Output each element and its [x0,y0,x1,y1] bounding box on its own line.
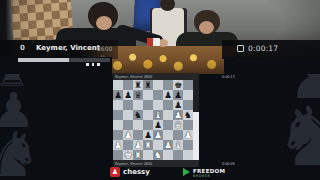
square-a7: ♟ [113,90,123,100]
black-r-piece: ♜ [144,80,152,90]
square-e8 [153,80,163,90]
white-p-piece: ♟ [184,130,192,140]
square-e1: ♞ [153,150,163,160]
black-p-piece: ♟ [154,120,162,130]
square-c4 [133,120,143,130]
white-p-piece: ♟ [134,140,142,150]
square-d1 [143,150,153,160]
square-d3: ♟ [143,130,153,140]
player-rating: 2600 [97,45,112,52]
player-score: 0 [20,44,25,52]
square-e5: ♝ [153,110,163,120]
square-a5 [113,110,123,120]
top-player-label: Keymer, Vincent 2600 [115,75,152,79]
square-g4: ♛ [173,120,183,130]
square-a6 [113,100,123,110]
white-r-piece: ♜ [144,140,152,150]
eval-bar-white [193,112,199,160]
black-p-piece: ♟ [174,100,182,110]
overlay-progress-bar [18,58,110,62]
square-c1: ♜ [133,150,143,160]
square-b8 [123,80,133,90]
square-f1 [163,150,173,160]
white-p-piece: ♟ [114,140,122,150]
white-p-piece: ♟ [154,130,162,140]
square-f7: ♟ [163,90,173,100]
square-c2: ♟ [133,140,143,150]
square-f4 [163,120,173,130]
square-c7: ♛ [133,90,143,100]
thinking-dots [86,63,100,66]
bottom-player-clock: 0:00:05 [222,162,235,166]
square-g8: ♚ [173,80,183,90]
square-a1 [113,150,123,160]
knight-silhouette-left: ♞ [0,124,42,180]
chessy-logo-text: chessy [123,168,150,176]
square-b6 [123,100,133,110]
square-e2 [153,140,163,150]
white-b-piece: ♝ [174,140,182,150]
white-b-piece: ♝ [154,110,162,120]
bottom-player-label: Keymer, Vincent 2600 [115,162,152,166]
board-bottom-bar: Keymer, Vincent 2600 0:00:05 [113,160,199,167]
square-a2: ♟ [113,140,123,150]
player-name: Keymer, Vincent [36,44,100,52]
square-c6 [133,100,143,110]
square-b5 [123,110,133,120]
black-p-piece: ♟ [174,90,182,100]
black-q-piece: ♛ [134,90,142,100]
screenshot-frame: ♜♟♞♟♞ 0 Keymer, Vincent 2600 0:00:17 Key… [0,0,320,180]
square-g3 [173,130,183,140]
overlay-progress-white [18,58,69,62]
square-h1 [183,150,193,160]
square-f8 [163,80,173,90]
square-c3 [133,130,143,140]
square-h4 [183,120,193,130]
black-p-piece: ♟ [144,130,152,140]
square-a3 [113,130,123,140]
square-h8 [183,80,193,90]
square-h7 [183,90,193,100]
white-p-piece: ♟ [164,140,172,150]
square-a4 [113,120,123,130]
black-n-piece: ♞ [134,110,142,120]
stage-right [224,57,320,74]
eval-bar [193,80,199,160]
square-c5: ♞ [133,110,143,120]
square-b4 [123,120,133,130]
square-e4: ♟ [153,120,163,130]
square-g1 [173,150,183,160]
square-a8 [113,80,123,90]
square-f3 [163,130,173,140]
square-g6: ♟ [173,100,183,110]
square-f6 [163,100,173,110]
black-p-piece: ♟ [164,90,172,100]
square-c8: ♜ [133,80,143,90]
square-d2: ♜ [143,140,153,150]
square-f2: ♟ [163,140,173,150]
square-e7 [153,90,163,100]
square-h5: ♞ [183,110,193,120]
square-b7: ♟ [123,90,133,100]
square-f5 [163,110,173,120]
top-player-clock: 0:00:17 [222,75,235,79]
square-d5 [143,110,153,120]
square-g5: ♟ [173,110,183,120]
square-h2 [183,140,193,150]
white-n-piece: ♞ [154,150,162,160]
board-top-bar: Keymer, Vincent 2600 0:00:17 [113,73,199,80]
square-d8: ♜ [143,80,153,90]
square-g2: ♝ [173,140,183,150]
square-g7: ♟ [173,90,183,100]
square-d4 [143,120,153,130]
white-k-piece: ♚ [124,150,132,160]
white-q-piece: ♛ [174,120,182,130]
square-e6 [153,100,163,110]
knight-silhouette-right: ♞ [274,96,320,178]
square-b3: ♟ [123,130,133,140]
chess-board: ♜♜♚♟♟♛♟♟♟♞♝♟♞♟♛♟♟♟♟♟♟♜♟♝♚♜♞ [113,80,193,160]
chessy-logo-icon: ♟ [110,167,120,177]
square-d6 [143,100,153,110]
clock-icon [237,45,244,52]
white-p-piece: ♟ [124,130,132,140]
square-d7 [143,90,153,100]
player-clock: 0:00:17 [248,44,278,53]
black-r-piece: ♜ [134,80,142,90]
white-p-piece: ♟ [174,110,182,120]
freedom-broker-subtext: BROKER [193,174,211,178]
white-r-piece: ♜ [134,150,142,160]
square-b1: ♚ [123,150,133,160]
square-e3: ♟ [153,130,163,140]
black-p-piece: ♟ [124,90,132,100]
square-h3: ♟ [183,130,193,140]
square-b2 [123,140,133,150]
black-k-piece: ♚ [174,80,182,90]
black-n-piece: ♞ [184,110,192,120]
square-h6 [183,100,193,110]
freedom-broker-icon [183,168,190,176]
black-p-piece: ♟ [114,90,122,100]
